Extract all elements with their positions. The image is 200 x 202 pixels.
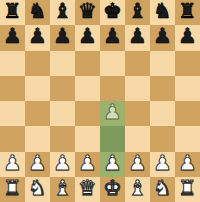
white-pawn-e2[interactable]: ♟ [103,153,122,174]
square-f6[interactable] [125,51,150,76]
square-e3[interactable] [100,126,125,151]
square-d2[interactable]: ♟ [75,152,100,177]
square-e4[interactable]: ♟ [100,101,125,126]
square-h6[interactable] [175,51,200,76]
square-c3[interactable] [50,126,75,151]
square-g8[interactable]: ♞ [150,0,175,25]
black-pawn-a7[interactable]: ♟ [3,26,22,47]
white-pawn-f2[interactable]: ♟ [128,153,147,174]
square-b8[interactable]: ♞ [25,0,50,25]
square-c6[interactable] [50,51,75,76]
white-knight-b1[interactable]: ♞ [28,178,47,199]
white-pawn-d2[interactable]: ♟ [78,153,97,174]
square-g4[interactable] [150,101,175,126]
square-a2[interactable]: ♟ [0,152,25,177]
black-pawn-e7[interactable]: ♟ [103,26,122,47]
black-pawn-c7[interactable]: ♟ [53,26,72,47]
black-pawn-g7[interactable]: ♟ [153,26,172,47]
square-g6[interactable] [150,51,175,76]
square-d5[interactable] [75,76,100,101]
square-h5[interactable] [175,76,200,101]
square-a7[interactable]: ♟ [0,25,25,50]
square-b1[interactable]: ♞ [25,177,50,202]
black-pawn-b7[interactable]: ♟ [28,26,47,47]
square-f8[interactable]: ♝ [125,0,150,25]
square-g5[interactable] [150,76,175,101]
square-d8[interactable]: ♛ [75,0,100,25]
square-b7[interactable]: ♟ [25,25,50,50]
square-a3[interactable] [0,126,25,151]
white-queen-d1[interactable]: ♛ [78,178,97,199]
square-f7[interactable]: ♟ [125,25,150,50]
black-king-e8[interactable]: ♚ [103,1,122,22]
square-f1[interactable]: ♝ [125,177,150,202]
square-d3[interactable] [75,126,100,151]
white-pawn-a2[interactable]: ♟ [3,153,22,174]
square-c8[interactable]: ♝ [50,0,75,25]
black-knight-g8[interactable]: ♞ [153,1,172,22]
square-f4[interactable] [125,101,150,126]
square-c7[interactable]: ♟ [50,25,75,50]
square-g1[interactable]: ♞ [150,177,175,202]
square-e7[interactable]: ♟ [100,25,125,50]
square-a5[interactable] [0,76,25,101]
black-bishop-f8[interactable]: ♝ [128,1,147,22]
white-rook-h1[interactable]: ♜ [178,178,197,199]
square-h3[interactable] [175,126,200,151]
square-a8[interactable]: ♜ [0,0,25,25]
black-queen-d8[interactable]: ♛ [78,1,97,22]
square-c4[interactable] [50,101,75,126]
square-h7[interactable]: ♟ [175,25,200,50]
square-e2[interactable]: ♟ [100,152,125,177]
square-e6[interactable] [100,51,125,76]
square-c5[interactable] [50,76,75,101]
black-pawn-d7[interactable]: ♟ [78,26,97,47]
square-c1[interactable]: ♝ [50,177,75,202]
white-king-e1[interactable]: ♚ [103,178,122,199]
white-pawn-c2[interactable]: ♟ [53,153,72,174]
white-pawn-b2[interactable]: ♟ [28,153,47,174]
square-e1[interactable]: ♚ [100,177,125,202]
square-f2[interactable]: ♟ [125,152,150,177]
square-d1[interactable]: ♛ [75,177,100,202]
white-pawn-g2[interactable]: ♟ [153,153,172,174]
square-e8[interactable]: ♚ [100,0,125,25]
square-h1[interactable]: ♜ [175,177,200,202]
chess-board: ♜♞♝♛♚♝♞♜♟♟♟♟♟♟♟♟♟♟♟♟♟♟♟♟♟♜♞♝♛♚♝♞♜ [0,0,200,202]
square-a6[interactable] [0,51,25,76]
square-a1[interactable]: ♜ [0,177,25,202]
square-g3[interactable] [150,126,175,151]
black-pawn-h7[interactable]: ♟ [178,26,197,47]
square-f3[interactable] [125,126,150,151]
square-b4[interactable] [25,101,50,126]
square-g7[interactable]: ♟ [150,25,175,50]
square-h8[interactable]: ♜ [175,0,200,25]
square-h4[interactable] [175,101,200,126]
square-d6[interactable] [75,51,100,76]
black-pawn-f7[interactable]: ♟ [128,26,147,47]
white-bishop-f1[interactable]: ♝ [128,178,147,199]
square-e5[interactable] [100,76,125,101]
ghost-white-pawn-e4: ♟ [103,102,122,123]
square-d4[interactable] [75,101,100,126]
square-a4[interactable] [0,101,25,126]
white-rook-a1[interactable]: ♜ [3,178,22,199]
white-knight-g1[interactable]: ♞ [153,178,172,199]
white-pawn-h2[interactable]: ♟ [178,153,197,174]
black-bishop-c8[interactable]: ♝ [53,1,72,22]
square-g2[interactable]: ♟ [150,152,175,177]
square-d7[interactable]: ♟ [75,25,100,50]
black-rook-a8[interactable]: ♜ [3,1,22,22]
square-c2[interactable]: ♟ [50,152,75,177]
black-knight-b8[interactable]: ♞ [28,1,47,22]
square-b2[interactable]: ♟ [25,152,50,177]
square-b3[interactable] [25,126,50,151]
square-b6[interactable] [25,51,50,76]
square-f5[interactable] [125,76,150,101]
black-rook-h8[interactable]: ♜ [178,1,197,22]
square-h2[interactable]: ♟ [175,152,200,177]
white-bishop-c1[interactable]: ♝ [53,178,72,199]
square-b5[interactable] [25,76,50,101]
